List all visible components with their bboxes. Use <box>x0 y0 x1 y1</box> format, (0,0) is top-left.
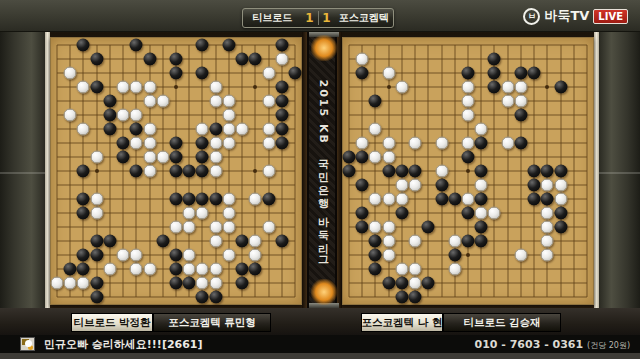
stone-black <box>196 151 209 164</box>
stone-black <box>275 39 288 52</box>
stone-black <box>130 39 143 52</box>
stone-black <box>475 137 488 150</box>
bottom-strip <box>0 353 640 359</box>
stone-white <box>249 249 262 262</box>
stone-white <box>196 277 209 290</box>
stone-white <box>262 95 275 108</box>
stone-black <box>554 207 567 220</box>
stone-black <box>488 53 501 66</box>
stone-white <box>462 137 475 150</box>
stone-black <box>77 193 90 206</box>
stone-black <box>196 39 209 52</box>
stone-white <box>462 193 475 206</box>
stone-black <box>143 53 156 66</box>
banner-glow-bottom <box>311 279 337 305</box>
stone-white <box>236 123 249 136</box>
stone-black <box>170 53 183 66</box>
right-side-panel <box>599 32 640 308</box>
stone-black <box>395 277 408 290</box>
stone-white <box>409 179 422 192</box>
main-area: 2015 KB 국민은행 바둑리그 <box>0 32 640 308</box>
stone-white <box>209 263 222 276</box>
stone-black <box>343 165 356 178</box>
stone-white <box>356 137 369 150</box>
stone-white <box>249 193 262 206</box>
event-title: 2015 KB 국민은행 바둑리그 <box>315 79 330 260</box>
stone-black <box>103 109 116 122</box>
stone-white <box>541 179 554 192</box>
stone-white <box>501 95 514 108</box>
stone-white <box>382 67 395 80</box>
stone-black <box>275 109 288 122</box>
stone-white <box>435 165 448 178</box>
stone-black <box>90 249 103 262</box>
stone-black <box>528 193 541 206</box>
stone-black <box>462 151 475 164</box>
left-board-black-player-plate: 포스코켐텍 류민형 <box>153 313 271 332</box>
stone-white <box>222 95 235 108</box>
stone-white <box>143 165 156 178</box>
stone-black <box>77 263 90 276</box>
stone-white <box>395 193 408 206</box>
stone-white <box>130 263 143 276</box>
stone-white <box>262 221 275 234</box>
right-board-black-player-plate: 티브로드 김승재 <box>443 313 561 332</box>
stone-white <box>183 207 196 220</box>
stone-white <box>475 123 488 136</box>
ticker-message: 민규오빠 승리하세요!!![2661] <box>44 337 203 352</box>
stone-white <box>382 151 395 164</box>
stone-black <box>514 67 527 80</box>
stone-white <box>130 249 143 262</box>
stone-white <box>64 67 77 80</box>
stone-white <box>209 277 222 290</box>
stone-black <box>103 123 116 136</box>
stone-black <box>462 67 475 80</box>
stone-white <box>554 193 567 206</box>
stone-black <box>249 263 262 276</box>
stone-white <box>209 235 222 248</box>
stone-black <box>422 221 435 234</box>
stone-black <box>275 235 288 248</box>
stone-black <box>475 193 488 206</box>
scoreboard-team-left: 티브로드 <box>243 11 302 25</box>
star-point <box>253 169 257 173</box>
stone-white <box>395 179 408 192</box>
channel-name: 바둑TV <box>544 7 589 25</box>
stone-white <box>156 95 169 108</box>
stone-black <box>236 235 249 248</box>
stone-black <box>514 137 527 150</box>
stone-white <box>514 249 527 262</box>
stone-white <box>382 235 395 248</box>
stone-white <box>196 207 209 220</box>
stone-black <box>275 123 288 136</box>
stone-black <box>554 165 567 178</box>
left-side-panel <box>0 32 45 308</box>
stone-black <box>209 193 222 206</box>
banner-glow-top <box>311 35 337 61</box>
panel-seam <box>0 172 45 174</box>
stone-black <box>275 81 288 94</box>
stone-black <box>196 67 209 80</box>
stone-white <box>209 137 222 150</box>
stone-black <box>90 291 103 304</box>
stone-white <box>117 81 130 94</box>
stone-white <box>541 235 554 248</box>
stone-white <box>514 95 527 108</box>
message-icon <box>20 337 35 351</box>
stone-white <box>209 165 222 178</box>
stone-black <box>170 137 183 150</box>
scoreboard-score-left: 1 <box>302 11 318 25</box>
stone-black <box>382 277 395 290</box>
stone-white <box>541 249 554 262</box>
stone-white <box>222 249 235 262</box>
stone-white <box>143 95 156 108</box>
stone-black <box>356 151 369 164</box>
stone-white <box>395 263 408 276</box>
stone-white <box>275 53 288 66</box>
stone-black <box>196 165 209 178</box>
stone-white <box>130 109 143 122</box>
stone-white <box>183 221 196 234</box>
stone-black <box>90 235 103 248</box>
stone-white <box>183 263 196 276</box>
stone-black <box>170 165 183 178</box>
stone-white <box>382 221 395 234</box>
stone-black <box>554 81 567 94</box>
stone-black <box>475 165 488 178</box>
stone-black <box>77 207 90 220</box>
stone-white <box>90 193 103 206</box>
stone-black <box>369 249 382 262</box>
stone-black <box>541 193 554 206</box>
stone-white <box>183 249 196 262</box>
stone-black <box>236 277 249 290</box>
goban-grid <box>57 45 295 297</box>
stone-black <box>130 123 143 136</box>
stone-white <box>51 277 64 290</box>
stone-black <box>369 263 382 276</box>
stone-white <box>356 53 369 66</box>
stone-black <box>196 137 209 150</box>
stone-white <box>143 137 156 150</box>
stone-black <box>343 151 356 164</box>
stone-white <box>382 193 395 206</box>
stone-white <box>222 137 235 150</box>
left-board-white-player-plate: 티브로드 박정환 <box>71 313 153 332</box>
goban-right <box>342 37 594 305</box>
stone-black <box>262 193 275 206</box>
stone-black <box>356 67 369 80</box>
stone-black <box>448 249 461 262</box>
right-board-white-player-plate: 포스코켐텍 나 현 <box>361 313 443 332</box>
stone-white <box>143 123 156 136</box>
stone-black <box>395 291 408 304</box>
stone-black <box>475 221 488 234</box>
stone-black <box>103 95 116 108</box>
sms-ticker: 민규오빠 승리하세요!!![2661] 010 - 7603 - 0361 (건… <box>0 335 640 353</box>
stone-black <box>183 277 196 290</box>
stone-black <box>117 151 130 164</box>
phone-number: 010 - 7603 - 0361 <box>475 338 584 351</box>
stone-white <box>64 109 77 122</box>
stone-white <box>209 221 222 234</box>
stone-white <box>395 81 408 94</box>
stone-white <box>475 207 488 220</box>
scoreboard: 티브로드 1 1 포스코켐텍 <box>242 8 394 28</box>
stone-black <box>117 137 130 150</box>
stone-white <box>541 207 554 220</box>
stone-black <box>382 165 395 178</box>
stone-black <box>222 39 235 52</box>
stone-black <box>170 193 183 206</box>
stone-white <box>448 263 461 276</box>
stone-black <box>395 165 408 178</box>
stone-white <box>448 235 461 248</box>
stone-black <box>528 67 541 80</box>
stone-black <box>64 263 77 276</box>
stone-white <box>409 263 422 276</box>
phone-note: (건당 20원) <box>587 341 630 350</box>
stone-black <box>528 179 541 192</box>
stone-black <box>196 193 209 206</box>
panel-seam <box>599 172 640 174</box>
stone-black <box>196 291 209 304</box>
stone-black <box>236 263 249 276</box>
board-edge-strip <box>594 32 599 308</box>
stone-white <box>369 221 382 234</box>
stone-black <box>514 109 527 122</box>
stone-black <box>90 53 103 66</box>
stone-black <box>528 165 541 178</box>
stone-white <box>90 151 103 164</box>
stone-white <box>475 179 488 192</box>
stone-black <box>183 193 196 206</box>
stone-black <box>395 207 408 220</box>
stone-black <box>170 249 183 262</box>
stone-white <box>90 207 103 220</box>
bottom-bar: 티브로드 박정환 포스코켐텍 류민형 포스코켐텍 나 현 티브로드 김승재 <box>0 308 640 335</box>
stone-black <box>356 207 369 220</box>
stone-white <box>262 123 275 136</box>
stone-black <box>369 95 382 108</box>
stone-white <box>130 81 143 94</box>
stone-white <box>196 263 209 276</box>
stone-white <box>369 151 382 164</box>
stone-black <box>275 95 288 108</box>
stone-black <box>77 39 90 52</box>
stone-black <box>435 193 448 206</box>
stone-white <box>117 109 130 122</box>
stone-black <box>170 67 183 80</box>
stone-black <box>554 221 567 234</box>
stone-white <box>143 81 156 94</box>
stone-black <box>275 137 288 150</box>
stone-white <box>209 95 222 108</box>
stone-black <box>475 235 488 248</box>
star-point <box>253 85 257 89</box>
star-point <box>174 85 178 89</box>
stone-black <box>541 165 554 178</box>
stone-black <box>77 165 90 178</box>
stone-white <box>462 81 475 94</box>
scoreboard-team-right: 포스코켐텍 <box>335 11 394 25</box>
channel-logo: ㅂ 바둑TV LIVE <box>523 7 628 25</box>
stone-white <box>64 277 77 290</box>
stone-white <box>156 151 169 164</box>
stone-black <box>90 81 103 94</box>
stone-black <box>356 179 369 192</box>
ticker-phone: 010 - 7603 - 0361 (건당 20원) <box>475 338 630 351</box>
stone-black <box>462 235 475 248</box>
stone-black <box>236 53 249 66</box>
stone-white <box>369 193 382 206</box>
scoreboard-score-right: 1 <box>319 11 335 25</box>
stone-black <box>183 165 196 178</box>
stone-white <box>262 165 275 178</box>
stone-black <box>356 221 369 234</box>
stone-black <box>209 291 222 304</box>
stone-white <box>196 123 209 136</box>
stone-black <box>209 123 222 136</box>
stone-white <box>435 137 448 150</box>
stone-black <box>448 193 461 206</box>
stone-white <box>554 179 567 192</box>
badukttv-circle-icon: ㅂ <box>523 8 540 25</box>
stone-white <box>117 249 130 262</box>
stone-white <box>262 67 275 80</box>
star-point <box>466 253 470 257</box>
event-banner: 2015 KB 국민은행 바둑리그 <box>307 32 337 308</box>
stone-white <box>222 123 235 136</box>
stone-white <box>514 81 527 94</box>
stone-black <box>289 67 302 80</box>
stone-black <box>488 81 501 94</box>
stone-black <box>90 277 103 290</box>
stone-white <box>209 81 222 94</box>
star-point <box>545 85 549 89</box>
stone-black <box>369 235 382 248</box>
stone-black <box>249 53 262 66</box>
stone-black <box>409 165 422 178</box>
live-badge: LIVE <box>593 9 628 24</box>
goban-left <box>50 37 302 305</box>
stone-white <box>541 221 554 234</box>
stone-white <box>222 109 235 122</box>
stone-black <box>170 277 183 290</box>
stone-white <box>462 95 475 108</box>
stone-black <box>409 291 422 304</box>
stone-black <box>422 277 435 290</box>
stone-white <box>382 137 395 150</box>
stone-white <box>77 123 90 136</box>
stone-black <box>170 151 183 164</box>
stone-black <box>77 249 90 262</box>
stone-white <box>143 151 156 164</box>
stone-white <box>501 81 514 94</box>
stone-white <box>262 137 275 150</box>
goban-grid <box>349 45 587 297</box>
stone-white <box>222 221 235 234</box>
stone-black <box>103 235 116 248</box>
stone-black <box>488 67 501 80</box>
stone-white <box>369 123 382 136</box>
star-point <box>387 85 391 89</box>
stone-white <box>130 137 143 150</box>
stone-white <box>249 235 262 248</box>
star-point <box>95 169 99 173</box>
stone-white <box>222 193 235 206</box>
stone-black <box>130 165 143 178</box>
stone-white <box>382 249 395 262</box>
stone-white <box>209 151 222 164</box>
stone-white <box>77 277 90 290</box>
stone-white <box>222 207 235 220</box>
stone-black <box>435 179 448 192</box>
stone-black <box>170 263 183 276</box>
star-point <box>466 169 470 173</box>
stone-white <box>143 263 156 276</box>
broadcast-frame: 티브로드 1 1 포스코켐텍 ㅂ 바둑TV LIVE <box>0 0 640 359</box>
stone-black <box>462 207 475 220</box>
top-bar: 티브로드 1 1 포스코켐텍 ㅂ 바둑TV LIVE <box>0 0 640 32</box>
stone-black <box>156 235 169 248</box>
stone-white <box>501 137 514 150</box>
stone-white <box>462 109 475 122</box>
stone-white <box>488 207 501 220</box>
stone-white <box>77 81 90 94</box>
center-column: 2015 KB 국민은행 바둑리그 <box>302 32 342 308</box>
stone-white <box>409 137 422 150</box>
stone-white <box>170 221 183 234</box>
stone-white <box>409 277 422 290</box>
stone-white <box>103 263 116 276</box>
stone-white <box>409 235 422 248</box>
